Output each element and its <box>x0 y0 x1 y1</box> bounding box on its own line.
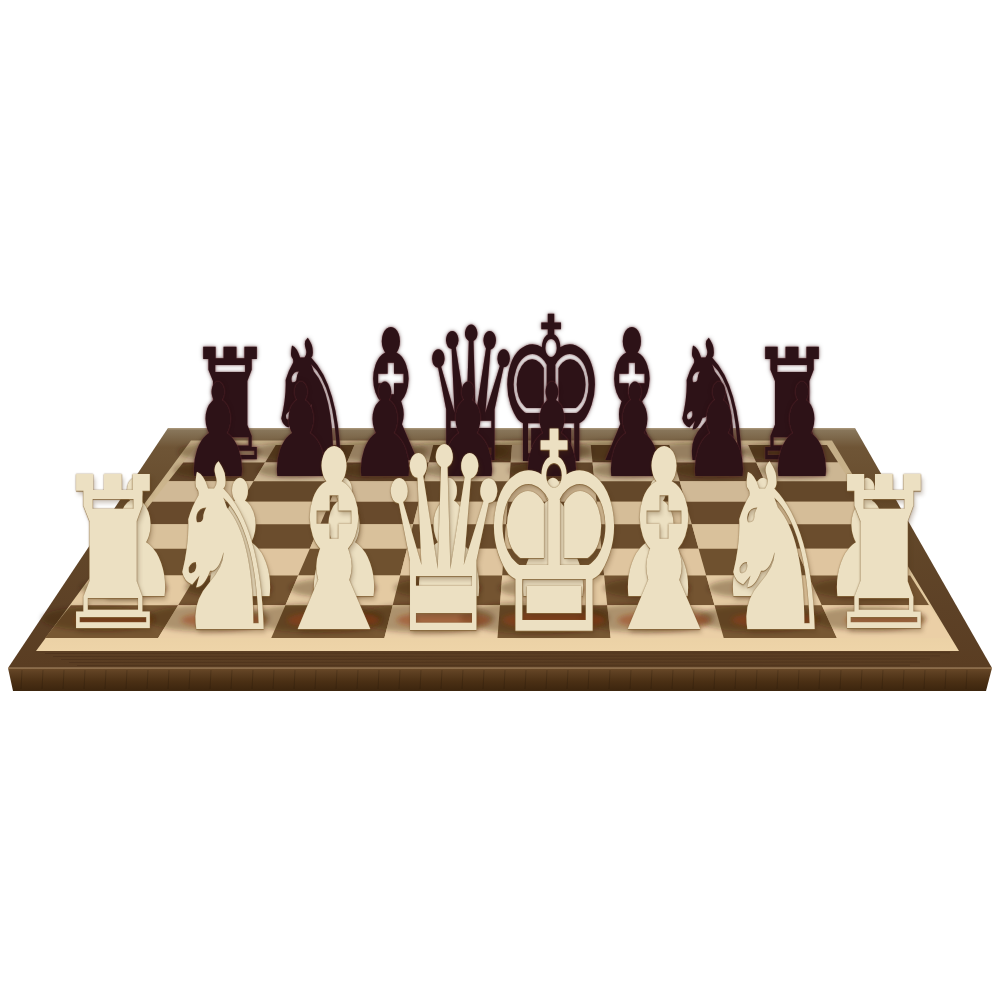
white-rook-glyph: ♜ <box>825 450 942 661</box>
chess-set-photo: ♜♞♝♛♚♝♞♜♟♟♟♟♟♟♟♟♟♟♟♟♟♟♟♟♜♞♝♛♚♝♞♜ <box>0 0 1000 1000</box>
pieces-layer: ♜♞♝♛♚♝♞♜♟♟♟♟♟♟♟♟♟♟♟♟♟♟♟♟♜♞♝♛♚♝♞♜ <box>0 0 1000 1000</box>
piece-white-rook-h1[interactable]: ♜ <box>790 450 979 661</box>
